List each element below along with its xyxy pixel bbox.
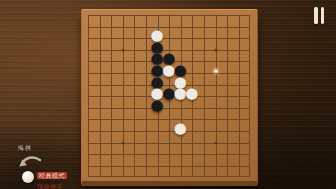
board-cell[interactable]: [100, 96, 112, 108]
star-point: [122, 142, 125, 145]
board-cell[interactable]: [192, 154, 204, 166]
board-inner: ●●●●●●●●●●●●●●●: [88, 15, 252, 179]
board-cell[interactable]: [100, 50, 112, 62]
board-cell[interactable]: [216, 131, 228, 143]
board-cell[interactable]: [134, 61, 146, 73]
board-cell[interactable]: [158, 96, 170, 108]
board-cell[interactable]: [158, 27, 170, 39]
board-cell[interactable]: [146, 119, 158, 131]
board-cell[interactable]: [111, 143, 123, 155]
sparkle-effect: [215, 69, 218, 72]
board-cell[interactable]: [123, 96, 135, 108]
board-cell[interactable]: [192, 73, 204, 85]
board-cell[interactable]: [158, 131, 170, 143]
board-cell[interactable]: [123, 15, 135, 27]
board-cell[interactable]: [239, 85, 251, 97]
board-cell[interactable]: [181, 50, 193, 62]
board-cell[interactable]: [181, 131, 193, 143]
star-point: [168, 95, 171, 98]
board-cell[interactable]: [134, 108, 146, 120]
board-cell[interactable]: [204, 166, 216, 178]
board-cell[interactable]: [216, 119, 228, 131]
pause-icon: [314, 7, 318, 24]
board-cell[interactable]: [111, 38, 123, 50]
board-cell[interactable]: [100, 61, 112, 73]
board-cell[interactable]: [100, 38, 112, 50]
board-cell[interactable]: [123, 50, 135, 62]
board-cell[interactable]: [239, 96, 251, 108]
board-cell[interactable]: [239, 119, 251, 131]
board-cell[interactable]: [100, 166, 112, 178]
board-cell[interactable]: [111, 85, 123, 97]
board-cell[interactable]: [204, 27, 216, 39]
board-cell[interactable]: [158, 119, 170, 131]
board-cell[interactable]: [227, 85, 239, 97]
board-cell[interactable]: [239, 73, 251, 85]
board-cell[interactable]: [239, 50, 251, 62]
board-cell[interactable]: [100, 27, 112, 39]
board-cell[interactable]: [158, 73, 170, 85]
board-cell[interactable]: [100, 119, 112, 131]
board-cell[interactable]: [227, 27, 239, 39]
board-cell[interactable]: [158, 50, 170, 62]
board-cell[interactable]: [123, 27, 135, 39]
board-cell[interactable]: [134, 143, 146, 155]
board-cell[interactable]: [88, 96, 100, 108]
board-cell[interactable]: [192, 108, 204, 120]
board-cell[interactable]: [227, 154, 239, 166]
board-cell[interactable]: [239, 27, 251, 39]
board-cell[interactable]: [134, 96, 146, 108]
board-cell[interactable]: [134, 131, 146, 143]
board-cell[interactable]: [134, 38, 146, 50]
board-cell[interactable]: [204, 131, 216, 143]
board-cell[interactable]: [88, 73, 100, 85]
board-cell[interactable]: [204, 38, 216, 50]
board-cell[interactable]: [239, 38, 251, 50]
board-cell[interactable]: [134, 50, 146, 62]
board-cell[interactable]: [181, 166, 193, 178]
board-cell[interactable]: [204, 85, 216, 97]
board-cell[interactable]: [169, 119, 181, 131]
board-cell[interactable]: [181, 143, 193, 155]
board-cell[interactable]: [181, 15, 193, 27]
board-cell[interactable]: [100, 15, 112, 27]
board-cell[interactable]: [158, 61, 170, 73]
board-cell[interactable]: [111, 61, 123, 73]
board-cell[interactable]: [134, 15, 146, 27]
board-cell[interactable]: [216, 143, 228, 155]
board-cell[interactable]: [227, 131, 239, 143]
star-point: [122, 49, 125, 52]
board-cell[interactable]: [111, 73, 123, 85]
board-cell[interactable]: [216, 73, 228, 85]
board-cell[interactable]: [158, 38, 170, 50]
board-cell[interactable]: [123, 166, 135, 178]
board-cell[interactable]: [169, 131, 181, 143]
board-cell[interactable]: [88, 15, 100, 27]
board-cell[interactable]: [88, 143, 100, 155]
board-cell[interactable]: [88, 108, 100, 120]
board-cell[interactable]: [134, 154, 146, 166]
board-cell[interactable]: [169, 96, 181, 108]
board-cell[interactable]: [111, 50, 123, 62]
board-cell[interactable]: [123, 108, 135, 120]
board-cell[interactable]: [192, 85, 204, 97]
board-cell[interactable]: [146, 61, 158, 73]
board-cell[interactable]: [239, 61, 251, 73]
board-cell[interactable]: [88, 131, 100, 143]
board: ●●●●●●●●●●●●●●●: [81, 9, 258, 186]
board-cell[interactable]: [192, 61, 204, 73]
board-cell[interactable]: [204, 96, 216, 108]
board-cell[interactable]: [123, 61, 135, 73]
board-cell[interactable]: [88, 154, 100, 166]
board-cell[interactable]: [146, 38, 158, 50]
board-cell[interactable]: [158, 143, 170, 155]
board-cell[interactable]: [227, 73, 239, 85]
board-cell[interactable]: [181, 27, 193, 39]
board-cell[interactable]: [239, 131, 251, 143]
board-cell[interactable]: [192, 96, 204, 108]
board-cell[interactable]: [192, 131, 204, 143]
star-point: [215, 49, 218, 52]
board-cell[interactable]: [146, 131, 158, 143]
board-cell[interactable]: [134, 27, 146, 39]
board-cell[interactable]: [158, 85, 170, 97]
board-cell[interactable]: [134, 85, 146, 97]
board-cell[interactable]: [204, 108, 216, 120]
board-cell[interactable]: [158, 154, 170, 166]
board-cell[interactable]: [111, 131, 123, 143]
board-cell[interactable]: [146, 96, 158, 108]
difficulty-label: 顶级棋手: [37, 183, 67, 189]
board-cell[interactable]: [146, 85, 158, 97]
board-cell[interactable]: [181, 38, 193, 50]
board-cell[interactable]: [216, 85, 228, 97]
board-cell[interactable]: [146, 108, 158, 120]
board-cell[interactable]: [181, 108, 193, 120]
board-cell[interactable]: [88, 38, 100, 50]
board-cell[interactable]: [146, 73, 158, 85]
board-cell[interactable]: [169, 50, 181, 62]
board-cell[interactable]: [204, 50, 216, 62]
board-cell[interactable]: [216, 108, 228, 120]
board-cell[interactable]: [123, 143, 135, 155]
board-cell[interactable]: [158, 166, 170, 178]
board-cell[interactable]: [192, 27, 204, 39]
board-cell[interactable]: [192, 15, 204, 27]
board-cell[interactable]: [181, 96, 193, 108]
board-cell[interactable]: [88, 61, 100, 73]
board-cell[interactable]: [100, 131, 112, 143]
board-cell[interactable]: [239, 15, 251, 27]
board-cell[interactable]: [158, 108, 170, 120]
board-cell[interactable]: [100, 108, 112, 120]
board-cell[interactable]: [111, 27, 123, 39]
board-cell[interactable]: [204, 119, 216, 131]
board-cell[interactable]: [204, 143, 216, 155]
board-cell[interactable]: [134, 166, 146, 178]
board-cell[interactable]: [239, 143, 251, 155]
board-cell[interactable]: [227, 38, 239, 50]
board-cell[interactable]: [88, 27, 100, 39]
undo-label: 悔棋: [18, 144, 54, 153]
board-cell[interactable]: [204, 154, 216, 166]
board-cell[interactable]: [216, 50, 228, 62]
board-cell[interactable]: [192, 50, 204, 62]
white-stone-icon: [22, 171, 34, 183]
board-cell[interactable]: [192, 119, 204, 131]
board-cell[interactable]: [100, 143, 112, 155]
board-cell[interactable]: [146, 27, 158, 39]
board-cell[interactable]: [239, 166, 251, 178]
board-cell[interactable]: [123, 38, 135, 50]
board-cell[interactable]: [146, 166, 158, 178]
board-cell[interactable]: [169, 143, 181, 155]
mode-info: 经典模式 顶级棋手: [22, 163, 67, 189]
board-cell[interactable]: [146, 15, 158, 27]
board-cell[interactable]: [88, 50, 100, 62]
board-cell[interactable]: [111, 119, 123, 131]
board-cell[interactable]: [227, 50, 239, 62]
board-cell[interactable]: [111, 154, 123, 166]
board-cell[interactable]: [227, 143, 239, 155]
board-cell[interactable]: [216, 96, 228, 108]
board-cell[interactable]: [134, 73, 146, 85]
board-cell[interactable]: [227, 108, 239, 120]
board-cell[interactable]: [216, 38, 228, 50]
board-cell[interactable]: [169, 85, 181, 97]
board-cell[interactable]: [192, 38, 204, 50]
board-cell[interactable]: [169, 108, 181, 120]
board-cell[interactable]: [111, 108, 123, 120]
board-cell[interactable]: [204, 73, 216, 85]
board-cell[interactable]: [181, 61, 193, 73]
board-cell[interactable]: [169, 61, 181, 73]
board-cell[interactable]: [216, 15, 228, 27]
board-cell[interactable]: [181, 154, 193, 166]
board-cell[interactable]: [227, 15, 239, 27]
board-cell[interactable]: [88, 166, 100, 178]
board-cell[interactable]: [181, 119, 193, 131]
board-cell[interactable]: [216, 166, 228, 178]
board-cell[interactable]: [216, 154, 228, 166]
board-cell[interactable]: [111, 166, 123, 178]
board-cell[interactable]: [192, 143, 204, 155]
board-cell[interactable]: [88, 85, 100, 97]
board-cell[interactable]: [181, 73, 193, 85]
board-cell[interactable]: [123, 85, 135, 97]
board-cell[interactable]: [169, 27, 181, 39]
board-cell[interactable]: [169, 166, 181, 178]
board-cell[interactable]: [169, 73, 181, 85]
board-cell[interactable]: [239, 154, 251, 166]
board-cell[interactable]: [227, 96, 239, 108]
board-cell[interactable]: [111, 15, 123, 27]
board-cell[interactable]: [192, 166, 204, 178]
pause-icon: [321, 7, 325, 24]
board-cell[interactable]: [146, 154, 158, 166]
board-cell[interactable]: [123, 154, 135, 166]
pause-button[interactable]: [314, 7, 329, 24]
board-cell[interactable]: [100, 73, 112, 85]
board-cell[interactable]: [181, 85, 193, 97]
board-cell[interactable]: [204, 15, 216, 27]
board-cell[interactable]: [169, 15, 181, 27]
board-cell[interactable]: [169, 38, 181, 50]
board-cell[interactable]: [146, 143, 158, 155]
board-cell[interactable]: [169, 154, 181, 166]
board-cell[interactable]: [88, 119, 100, 131]
board-cell[interactable]: [134, 119, 146, 131]
board-cell[interactable]: [100, 154, 112, 166]
board-cell[interactable]: [100, 85, 112, 97]
board-cell[interactable]: [146, 50, 158, 62]
star-point: [215, 142, 218, 145]
board-cell[interactable]: [123, 131, 135, 143]
board-cell[interactable]: [227, 61, 239, 73]
board-cell[interactable]: [123, 73, 135, 85]
game-screen: ●●●●●●●●●●●●●●● 悔棋 经典模式 顶级棋手: [0, 0, 336, 189]
board-cell[interactable]: [111, 96, 123, 108]
board-cell[interactable]: [227, 119, 239, 131]
board-cell[interactable]: [158, 15, 170, 27]
board-cell[interactable]: [216, 27, 228, 39]
board-cell[interactable]: [239, 108, 251, 120]
mode-badge: 经典模式: [37, 172, 67, 179]
board-cell[interactable]: [123, 119, 135, 131]
board-cell[interactable]: [227, 166, 239, 178]
